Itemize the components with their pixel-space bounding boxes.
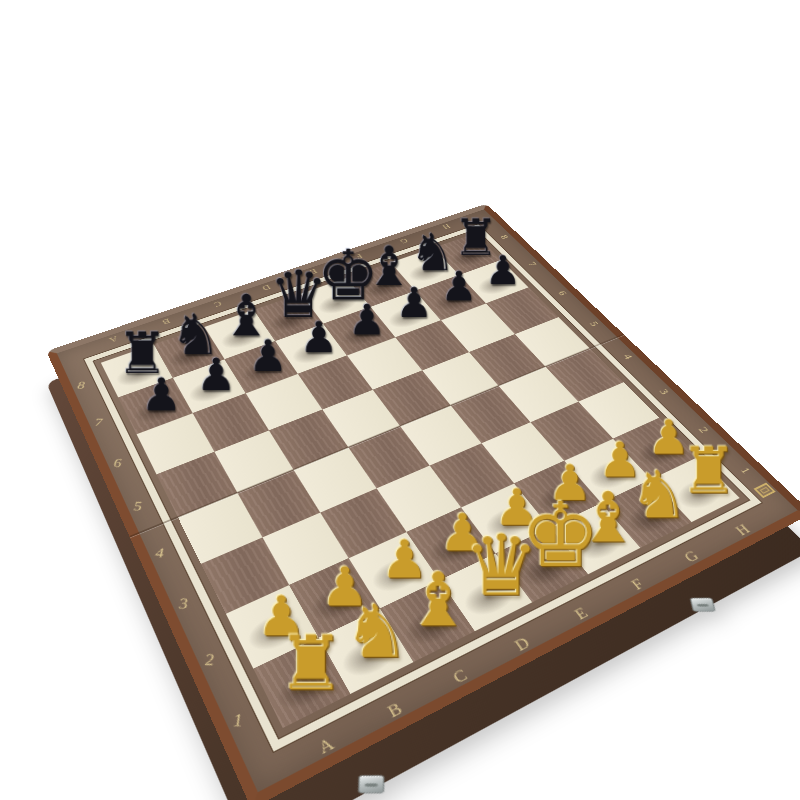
playing-field: ♜♞♝♛♚♝♞♜♟♟♟♟♟♟♟♟♟♟♟♟♟♟♟♟♜♞♝♛♚♝♞♜: [84, 224, 761, 751]
board-stage: 87654321 87654321 ABCDEFGH ABCDEFGH ♜♞♝♛…: [0, 0, 800, 800]
black-pawn-f7[interactable]: ♟: [387, 282, 440, 324]
chess-board: 87654321 87654321 ABCDEFGH ABCDEFGH ♜♞♝♛…: [46, 204, 800, 800]
white-bishop-c1[interactable]: ♝: [403, 563, 473, 637]
coordinate-label: 5: [565, 308, 623, 339]
black-pawn-g7[interactable]: ♟: [433, 266, 485, 307]
black-pawn-a7[interactable]: ♟: [132, 372, 190, 418]
page-root: 87654321 87654321 ABCDEFGH ABCDEFGH ♜♞♝♛…: [0, 0, 800, 800]
black-pawn-d7[interactable]: ♟: [291, 316, 346, 359]
white-rook-a1[interactable]: ♜: [274, 625, 348, 701]
coordinate-label: 7: [79, 401, 118, 446]
black-pawn-c7[interactable]: ♟: [240, 334, 296, 378]
white-knight-b1[interactable]: ♞: [340, 594, 412, 668]
black-pawn-b7[interactable]: ♟: [187, 352, 244, 397]
coordinate-label: 6: [534, 278, 590, 307]
square-b4[interactable]: [237, 470, 320, 538]
black-pawn-e7[interactable]: ♟: [340, 299, 394, 341]
coordinate-label: 4: [598, 340, 658, 374]
